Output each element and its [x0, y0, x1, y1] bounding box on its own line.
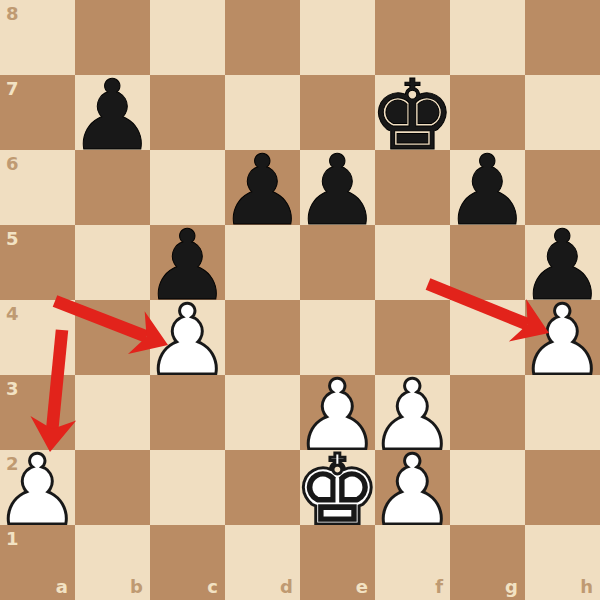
square-c7[interactable] — [150, 75, 225, 150]
file-label-g: g — [505, 578, 518, 596]
square-a2[interactable]: 2♟ — [0, 450, 75, 525]
square-h7[interactable] — [525, 75, 600, 150]
square-d2[interactable] — [225, 450, 300, 525]
square-b5[interactable] — [75, 225, 150, 300]
square-c3[interactable] — [150, 375, 225, 450]
square-a1[interactable]: 1a — [0, 525, 75, 600]
rank-label-1: 1 — [6, 530, 19, 548]
white-pawn-h4[interactable]: ♟ — [525, 303, 600, 378]
square-h3[interactable] — [525, 375, 600, 450]
black-pawn-e6[interactable]: ♟ — [300, 153, 375, 228]
black-pawn-g6[interactable]: ♟ — [450, 153, 525, 228]
square-f5[interactable] — [375, 225, 450, 300]
square-g4[interactable] — [450, 300, 525, 375]
rank-label-4: 4 — [6, 305, 19, 323]
square-b7[interactable]: ♟ — [75, 75, 150, 150]
square-a8[interactable]: 8 — [0, 0, 75, 75]
square-d8[interactable] — [225, 0, 300, 75]
file-label-e: e — [356, 578, 368, 596]
file-label-c: c — [207, 578, 218, 596]
square-g8[interactable] — [450, 0, 525, 75]
white-pawn-c4[interactable]: ♟ — [150, 303, 225, 378]
square-h4[interactable]: ♟ — [525, 300, 600, 375]
square-b6[interactable] — [75, 150, 150, 225]
square-d5[interactable] — [225, 225, 300, 300]
square-a5[interactable]: 5 — [0, 225, 75, 300]
square-d3[interactable] — [225, 375, 300, 450]
square-e6[interactable]: ♟ — [300, 150, 375, 225]
file-label-b: b — [130, 578, 143, 596]
square-e1[interactable]: e — [300, 525, 375, 600]
square-g3[interactable] — [450, 375, 525, 450]
rank-label-6: 6 — [6, 155, 19, 173]
rank-label-5: 5 — [6, 230, 19, 248]
square-b2[interactable] — [75, 450, 150, 525]
square-f6[interactable] — [375, 150, 450, 225]
square-a7[interactable]: 7 — [0, 75, 75, 150]
square-g2[interactable] — [450, 450, 525, 525]
square-h8[interactable] — [525, 0, 600, 75]
square-f1[interactable]: f — [375, 525, 450, 600]
square-h2[interactable] — [525, 450, 600, 525]
file-label-a: a — [56, 578, 68, 596]
square-e2[interactable]: ♚ — [300, 450, 375, 525]
square-d1[interactable]: d — [225, 525, 300, 600]
square-h1[interactable]: h — [525, 525, 600, 600]
square-g6[interactable]: ♟ — [450, 150, 525, 225]
file-label-d: d — [280, 578, 293, 596]
square-b4[interactable] — [75, 300, 150, 375]
black-pawn-b7[interactable]: ♟ — [75, 78, 150, 153]
square-c8[interactable] — [150, 0, 225, 75]
black-king-f7[interactable]: ♚ — [375, 78, 450, 153]
square-d6[interactable]: ♟ — [225, 150, 300, 225]
square-c1[interactable]: c — [150, 525, 225, 600]
square-f7[interactable]: ♚ — [375, 75, 450, 150]
square-c4[interactable]: ♟ — [150, 300, 225, 375]
square-g1[interactable]: g — [450, 525, 525, 600]
square-e8[interactable] — [300, 0, 375, 75]
white-pawn-f2[interactable]: ♟ — [375, 453, 450, 528]
chess-diagram: 87♟♚6♟♟♟5♟♟4♟♟3♟♟2♟♚♟1abcdefgh — [0, 0, 600, 600]
chess-board: 87♟♚6♟♟♟5♟♟4♟♟3♟♟2♟♚♟1abcdefgh — [0, 0, 600, 600]
square-a4[interactable]: 4 — [0, 300, 75, 375]
square-a6[interactable]: 6 — [0, 150, 75, 225]
square-e5[interactable] — [300, 225, 375, 300]
black-pawn-d6[interactable]: ♟ — [225, 153, 300, 228]
file-label-h: h — [580, 578, 593, 596]
white-pawn-a2[interactable]: ♟ — [0, 453, 75, 528]
square-f2[interactable]: ♟ — [375, 450, 450, 525]
square-c2[interactable] — [150, 450, 225, 525]
rank-label-8: 8 — [6, 5, 19, 23]
square-d4[interactable] — [225, 300, 300, 375]
square-b3[interactable] — [75, 375, 150, 450]
white-king-e2[interactable]: ♚ — [300, 453, 375, 528]
rank-label-3: 3 — [6, 380, 19, 398]
rank-label-7: 7 — [6, 80, 19, 98]
square-b1[interactable]: b — [75, 525, 150, 600]
file-label-f: f — [435, 578, 443, 596]
square-g5[interactable] — [450, 225, 525, 300]
